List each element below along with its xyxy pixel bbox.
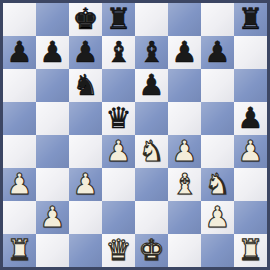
- square-b6[interactable]: [36, 69, 69, 102]
- black-pawn[interactable]: ♟: [73, 36, 99, 69]
- white-queen[interactable]: ♛: [106, 234, 132, 267]
- square-e2[interactable]: [135, 201, 168, 234]
- square-e6[interactable]: ♟: [135, 69, 168, 102]
- square-h1[interactable]: ♜: [234, 234, 267, 267]
- white-rook[interactable]: ♜: [238, 234, 264, 267]
- square-c1[interactable]: [69, 234, 102, 267]
- square-f1[interactable]: [168, 234, 201, 267]
- square-b7[interactable]: ♟: [36, 36, 69, 69]
- square-d1[interactable]: ♛: [102, 234, 135, 267]
- square-c8[interactable]: ♚: [69, 3, 102, 36]
- square-c6[interactable]: ♞: [69, 69, 102, 102]
- square-d6[interactable]: [102, 69, 135, 102]
- black-queen[interactable]: ♛: [106, 102, 132, 135]
- square-f3[interactable]: ♝: [168, 168, 201, 201]
- square-h3[interactable]: [234, 168, 267, 201]
- square-a6[interactable]: [3, 69, 36, 102]
- black-knight[interactable]: ♞: [73, 69, 99, 102]
- white-pawn[interactable]: ♟: [205, 201, 231, 234]
- square-e1[interactable]: ♚: [135, 234, 168, 267]
- square-h2[interactable]: [234, 201, 267, 234]
- square-f7[interactable]: ♟: [168, 36, 201, 69]
- square-g1[interactable]: [201, 234, 234, 267]
- square-d5[interactable]: ♛: [102, 102, 135, 135]
- square-b8[interactable]: [36, 3, 69, 36]
- square-a8[interactable]: [3, 3, 36, 36]
- white-rook[interactable]: ♜: [7, 234, 33, 267]
- square-a5[interactable]: [3, 102, 36, 135]
- square-d3[interactable]: [102, 168, 135, 201]
- square-f6[interactable]: [168, 69, 201, 102]
- square-g4[interactable]: [201, 135, 234, 168]
- square-a3[interactable]: ♟: [3, 168, 36, 201]
- square-b2[interactable]: ♟: [36, 201, 69, 234]
- chess-board-frame: ♚♜♜♟♟♟♝♝♟♟♞♟♛♟♟♞♟♟♟♟♝♞♟♟♜♛♚♜: [0, 0, 270, 270]
- square-e4[interactable]: ♞: [135, 135, 168, 168]
- square-a7[interactable]: ♟: [3, 36, 36, 69]
- square-c2[interactable]: [69, 201, 102, 234]
- square-h8[interactable]: ♜: [234, 3, 267, 36]
- square-e3[interactable]: [135, 168, 168, 201]
- black-rook[interactable]: ♜: [238, 3, 264, 36]
- square-c3[interactable]: ♟: [69, 168, 102, 201]
- black-bishop[interactable]: ♝: [139, 36, 165, 69]
- white-bishop[interactable]: ♝: [172, 168, 198, 201]
- white-pawn[interactable]: ♟: [73, 168, 99, 201]
- white-knight[interactable]: ♞: [205, 168, 231, 201]
- square-f8[interactable]: [168, 3, 201, 36]
- chess-board: ♚♜♜♟♟♟♝♝♟♟♞♟♛♟♟♞♟♟♟♟♝♞♟♟♜♛♚♜: [3, 3, 267, 267]
- black-bishop[interactable]: ♝: [106, 36, 132, 69]
- square-d4[interactable]: ♟: [102, 135, 135, 168]
- square-b5[interactable]: [36, 102, 69, 135]
- square-g7[interactable]: ♟: [201, 36, 234, 69]
- white-pawn[interactable]: ♟: [238, 135, 264, 168]
- square-b3[interactable]: [36, 168, 69, 201]
- white-pawn[interactable]: ♟: [106, 135, 132, 168]
- square-a1[interactable]: ♜: [3, 234, 36, 267]
- square-h4[interactable]: ♟: [234, 135, 267, 168]
- square-d8[interactable]: ♜: [102, 3, 135, 36]
- black-rook[interactable]: ♜: [106, 3, 132, 36]
- black-pawn[interactable]: ♟: [139, 69, 165, 102]
- square-d7[interactable]: ♝: [102, 36, 135, 69]
- square-f5[interactable]: [168, 102, 201, 135]
- square-g5[interactable]: [201, 102, 234, 135]
- black-pawn[interactable]: ♟: [172, 36, 198, 69]
- white-pawn[interactable]: ♟: [40, 201, 66, 234]
- white-king[interactable]: ♚: [139, 234, 165, 267]
- square-b4[interactable]: [36, 135, 69, 168]
- black-pawn[interactable]: ♟: [238, 102, 264, 135]
- black-pawn[interactable]: ♟: [40, 36, 66, 69]
- square-g8[interactable]: [201, 3, 234, 36]
- square-a4[interactable]: [3, 135, 36, 168]
- square-b1[interactable]: [36, 234, 69, 267]
- square-f2[interactable]: [168, 201, 201, 234]
- square-e5[interactable]: [135, 102, 168, 135]
- square-e8[interactable]: [135, 3, 168, 36]
- black-pawn[interactable]: ♟: [7, 36, 33, 69]
- black-king[interactable]: ♚: [73, 3, 99, 36]
- square-h5[interactable]: ♟: [234, 102, 267, 135]
- white-pawn[interactable]: ♟: [7, 168, 33, 201]
- black-pawn[interactable]: ♟: [205, 36, 231, 69]
- square-c5[interactable]: [69, 102, 102, 135]
- square-d2[interactable]: [102, 201, 135, 234]
- square-g2[interactable]: ♟: [201, 201, 234, 234]
- square-g3[interactable]: ♞: [201, 168, 234, 201]
- square-h6[interactable]: [234, 69, 267, 102]
- square-c7[interactable]: ♟: [69, 36, 102, 69]
- square-h7[interactable]: [234, 36, 267, 69]
- square-a2[interactable]: [3, 201, 36, 234]
- white-pawn[interactable]: ♟: [172, 135, 198, 168]
- square-f4[interactable]: ♟: [168, 135, 201, 168]
- square-e7[interactable]: ♝: [135, 36, 168, 69]
- square-c4[interactable]: [69, 135, 102, 168]
- square-g6[interactable]: [201, 69, 234, 102]
- white-knight[interactable]: ♞: [139, 135, 165, 168]
